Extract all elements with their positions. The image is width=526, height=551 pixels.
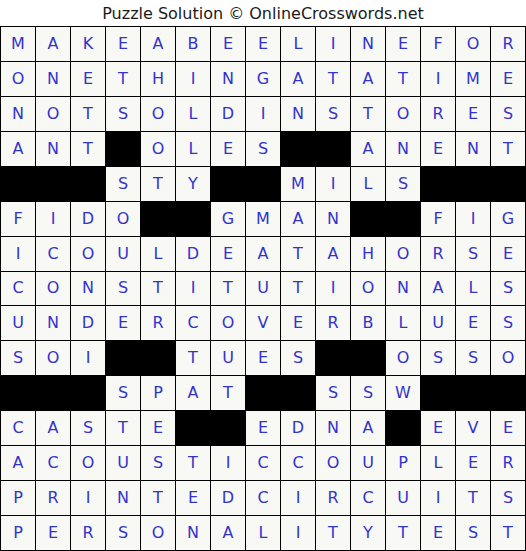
- page-title: Puzzle Solution © OnlineCrosswords.net: [0, 0, 526, 26]
- letter-cell-r14c13: I: [421, 481, 455, 515]
- letter-cell-r1c6: B: [176, 27, 210, 61]
- letter-cell-r13c5: S: [141, 446, 175, 480]
- letter-cell-r2c7: N: [211, 62, 245, 96]
- letter-cell-r2c9: A: [281, 62, 315, 96]
- letter-cell-r9c6: C: [176, 306, 210, 340]
- letter-cell-r7c9: T: [281, 237, 315, 271]
- letter-cell-r7c13: R: [421, 237, 455, 271]
- letter-cell-r10c14: S: [456, 341, 490, 375]
- letter-cell-r13c2: C: [36, 446, 70, 480]
- letter-cell-r5c9: M: [281, 167, 315, 201]
- letter-cell-r7c12: O: [386, 237, 420, 271]
- letter-cell-r7c2: C: [36, 237, 70, 271]
- letter-cell-r12c15: E: [491, 411, 525, 445]
- letter-cell-r10c12: O: [386, 341, 420, 375]
- letter-cell-r9c15: S: [491, 306, 525, 340]
- letter-cell-r15c5: O: [141, 516, 175, 550]
- letter-cell-r8c8: U: [246, 272, 280, 306]
- letter-cell-r15c3: R: [71, 516, 105, 550]
- letter-cell-r9c10: R: [316, 306, 350, 340]
- letter-cell-r3c2: O: [36, 97, 70, 131]
- letter-cell-r8c9: T: [281, 272, 315, 306]
- letter-cell-r7c14: S: [456, 237, 490, 271]
- letter-cell-r1c8: E: [246, 27, 280, 61]
- letter-cell-r10c15: O: [491, 341, 525, 375]
- letter-cell-r2c12: T: [386, 62, 420, 96]
- letter-cell-r6c4: O: [106, 202, 140, 236]
- letter-cell-r15c8: L: [246, 516, 280, 550]
- letter-cell-r13c6: T: [176, 446, 210, 480]
- letter-cell-r15c9: I: [281, 516, 315, 550]
- letter-cell-r1c9: L: [281, 27, 315, 61]
- letter-cell-r8c1: C: [1, 272, 35, 306]
- letter-cell-r7c10: A: [316, 237, 350, 271]
- crossword-grid: MAKEABEELINEFORONETHINGATATIMENOTSOLDINS…: [0, 26, 526, 551]
- letter-cell-r4c14: N: [456, 132, 490, 166]
- letter-cell-r14c4: N: [106, 481, 140, 515]
- black-cell-r11c15: [491, 376, 525, 410]
- letter-cell-r2c1: O: [1, 62, 35, 96]
- letter-cell-r7c8: A: [246, 237, 280, 271]
- letter-cell-r14c15: S: [491, 481, 525, 515]
- black-cell-r5c8: [246, 167, 280, 201]
- letter-cell-r3c12: O: [386, 97, 420, 131]
- letter-cell-r3c6: L: [176, 97, 210, 131]
- letter-cell-r2c13: I: [421, 62, 455, 96]
- letter-cell-r8c14: L: [456, 272, 490, 306]
- letter-cell-r2c5: H: [141, 62, 175, 96]
- letter-cell-r14c14: T: [456, 481, 490, 515]
- black-cell-r4c10: [316, 132, 350, 166]
- letter-cell-r11c4: S: [106, 376, 140, 410]
- letter-cell-r2c2: N: [36, 62, 70, 96]
- letter-cell-r6c10: N: [316, 202, 350, 236]
- letter-cell-r12c2: A: [36, 411, 70, 445]
- letter-cell-r13c12: P: [386, 446, 420, 480]
- letter-cell-r6c1: F: [1, 202, 35, 236]
- letter-cell-r12c8: E: [246, 411, 280, 445]
- letter-cell-r10c13: S: [421, 341, 455, 375]
- letter-cell-r9c13: U: [421, 306, 455, 340]
- black-cell-r10c11: [351, 341, 385, 375]
- letter-cell-r1c1: M: [1, 27, 35, 61]
- letter-cell-r9c1: U: [1, 306, 35, 340]
- black-cell-r4c4: [106, 132, 140, 166]
- letter-cell-r6c9: A: [281, 202, 315, 236]
- letter-cell-r6c3: D: [71, 202, 105, 236]
- letter-cell-r8c15: S: [491, 272, 525, 306]
- letter-cell-r3c3: T: [71, 97, 105, 131]
- letter-cell-r12c3: S: [71, 411, 105, 445]
- letter-cell-r3c5: O: [141, 97, 175, 131]
- letter-cell-r7c7: E: [211, 237, 245, 271]
- letter-cell-r14c1: P: [1, 481, 35, 515]
- letter-cell-r2c10: T: [316, 62, 350, 96]
- letter-cell-r15c4: S: [106, 516, 140, 550]
- letter-cell-r6c8: M: [246, 202, 280, 236]
- letter-cell-r8c5: T: [141, 272, 175, 306]
- letter-cell-r3c15: S: [491, 97, 525, 131]
- letter-cell-r11c6: A: [176, 376, 210, 410]
- black-cell-r11c14: [456, 376, 490, 410]
- letter-cell-r1c12: E: [386, 27, 420, 61]
- black-cell-r5c15: [491, 167, 525, 201]
- letter-cell-r4c6: L: [176, 132, 210, 166]
- letter-cell-r13c3: O: [71, 446, 105, 480]
- letter-cell-r13c14: E: [456, 446, 490, 480]
- black-cell-r5c13: [421, 167, 455, 201]
- letter-cell-r8c6: I: [176, 272, 210, 306]
- letter-cell-r8c13: A: [421, 272, 455, 306]
- letter-cell-r8c3: N: [71, 272, 105, 306]
- letter-cell-r4c7: E: [211, 132, 245, 166]
- letter-cell-r15c11: Y: [351, 516, 385, 550]
- letter-cell-r9c9: E: [281, 306, 315, 340]
- letter-cell-r11c5: P: [141, 376, 175, 410]
- letter-cell-r15c13: E: [421, 516, 455, 550]
- black-cell-r12c7: [211, 411, 245, 445]
- letter-cell-r4c3: T: [71, 132, 105, 166]
- letter-cell-r15c12: T: [386, 516, 420, 550]
- black-cell-r5c7: [211, 167, 245, 201]
- letter-cell-r3c4: S: [106, 97, 140, 131]
- letter-cell-r9c7: O: [211, 306, 245, 340]
- letter-cell-r6c13: F: [421, 202, 455, 236]
- letter-cell-r10c7: U: [211, 341, 245, 375]
- puzzle-solution-page: Puzzle Solution © OnlineCrosswords.net M…: [0, 0, 526, 551]
- letter-cell-r2c8: G: [246, 62, 280, 96]
- letter-cell-r11c10: S: [316, 376, 350, 410]
- letter-cell-r4c5: O: [141, 132, 175, 166]
- letter-cell-r13c10: O: [316, 446, 350, 480]
- letter-cell-r12c5: E: [141, 411, 175, 445]
- letter-cell-r11c7: T: [211, 376, 245, 410]
- letter-cell-r15c1: P: [1, 516, 35, 550]
- letter-cell-r3c8: I: [246, 97, 280, 131]
- letter-cell-r10c8: E: [246, 341, 280, 375]
- letter-cell-r10c9: S: [281, 341, 315, 375]
- letter-cell-r14c9: I: [281, 481, 315, 515]
- letter-cell-r15c14: S: [456, 516, 490, 550]
- letter-cell-r5c5: T: [141, 167, 175, 201]
- letter-cell-r15c7: A: [211, 516, 245, 550]
- letter-cell-r14c5: T: [141, 481, 175, 515]
- letter-cell-r4c12: N: [386, 132, 420, 166]
- black-cell-r10c4: [106, 341, 140, 375]
- letter-cell-r13c7: I: [211, 446, 245, 480]
- letter-cell-r1c11: N: [351, 27, 385, 61]
- letter-cell-r2c6: I: [176, 62, 210, 96]
- letter-cell-r11c11: S: [351, 376, 385, 410]
- letter-cell-r1c7: E: [211, 27, 245, 61]
- letter-cell-r12c10: N: [316, 411, 350, 445]
- letter-cell-r7c6: D: [176, 237, 210, 271]
- letter-cell-r7c15: E: [491, 237, 525, 271]
- letter-cell-r15c2: E: [36, 516, 70, 550]
- letter-cell-r15c6: N: [176, 516, 210, 550]
- black-cell-r11c3: [71, 376, 105, 410]
- letter-cell-r3c11: T: [351, 97, 385, 131]
- letter-cell-r8c11: O: [351, 272, 385, 306]
- letter-cell-r12c4: T: [106, 411, 140, 445]
- letter-cell-r3c9: N: [281, 97, 315, 131]
- letter-cell-r9c2: N: [36, 306, 70, 340]
- letter-cell-r5c11: L: [351, 167, 385, 201]
- letter-cell-r5c12: S: [386, 167, 420, 201]
- letter-cell-r6c14: I: [456, 202, 490, 236]
- letter-cell-r8c12: N: [386, 272, 420, 306]
- letter-cell-r12c1: C: [1, 411, 35, 445]
- black-cell-r5c14: [456, 167, 490, 201]
- letter-cell-r13c4: U: [106, 446, 140, 480]
- letter-cell-r6c15: G: [491, 202, 525, 236]
- letter-cell-r12c14: V: [456, 411, 490, 445]
- black-cell-r11c9: [281, 376, 315, 410]
- black-cell-r6c11: [351, 202, 385, 236]
- letter-cell-r13c1: A: [1, 446, 35, 480]
- letter-cell-r13c9: C: [281, 446, 315, 480]
- letter-cell-r13c13: L: [421, 446, 455, 480]
- black-cell-r11c8: [246, 376, 280, 410]
- black-cell-r11c2: [36, 376, 70, 410]
- letter-cell-r2c15: E: [491, 62, 525, 96]
- black-cell-r10c10: [316, 341, 350, 375]
- letter-cell-r12c9: D: [281, 411, 315, 445]
- letter-cell-r8c4: S: [106, 272, 140, 306]
- letter-cell-r14c7: D: [211, 481, 245, 515]
- letter-cell-r1c5: A: [141, 27, 175, 61]
- letter-cell-r12c11: A: [351, 411, 385, 445]
- letter-cell-r9c5: R: [141, 306, 175, 340]
- letter-cell-r5c10: I: [316, 167, 350, 201]
- letter-cell-r1c14: O: [456, 27, 490, 61]
- letter-cell-r1c3: K: [71, 27, 105, 61]
- letter-cell-r1c13: F: [421, 27, 455, 61]
- letter-cell-r3c13: R: [421, 97, 455, 131]
- black-cell-r11c1: [1, 376, 35, 410]
- letter-cell-r15c10: T: [316, 516, 350, 550]
- letter-cell-r14c2: R: [36, 481, 70, 515]
- letter-cell-r6c2: I: [36, 202, 70, 236]
- letter-cell-r1c15: R: [491, 27, 525, 61]
- letter-cell-r10c6: T: [176, 341, 210, 375]
- letter-cell-r2c3: E: [71, 62, 105, 96]
- letter-cell-r1c2: A: [36, 27, 70, 61]
- letter-cell-r14c11: C: [351, 481, 385, 515]
- letter-cell-r3c7: D: [211, 97, 245, 131]
- letter-cell-r9c11: B: [351, 306, 385, 340]
- letter-cell-r13c8: C: [246, 446, 280, 480]
- letter-cell-r2c4: T: [106, 62, 140, 96]
- letter-cell-r8c7: T: [211, 272, 245, 306]
- letter-cell-r6c7: G: [211, 202, 245, 236]
- letter-cell-r10c2: O: [36, 341, 70, 375]
- letter-cell-r4c13: E: [421, 132, 455, 166]
- black-cell-r6c6: [176, 202, 210, 236]
- letter-cell-r7c1: I: [1, 237, 35, 271]
- letter-cell-r14c8: C: [246, 481, 280, 515]
- letter-cell-r14c12: U: [386, 481, 420, 515]
- letter-cell-r12c13: E: [421, 411, 455, 445]
- letter-cell-r9c3: D: [71, 306, 105, 340]
- black-cell-r5c2: [36, 167, 70, 201]
- letter-cell-r3c10: S: [316, 97, 350, 131]
- black-cell-r6c5: [141, 202, 175, 236]
- black-cell-r12c6: [176, 411, 210, 445]
- letter-cell-r9c14: E: [456, 306, 490, 340]
- letter-cell-r4c11: A: [351, 132, 385, 166]
- letter-cell-r14c10: R: [316, 481, 350, 515]
- black-cell-r12c12: [386, 411, 420, 445]
- letter-cell-r10c1: S: [1, 341, 35, 375]
- letter-cell-r5c6: Y: [176, 167, 210, 201]
- black-cell-r5c3: [71, 167, 105, 201]
- letter-cell-r4c8: S: [246, 132, 280, 166]
- black-cell-r4c9: [281, 132, 315, 166]
- letter-cell-r4c1: A: [1, 132, 35, 166]
- letter-cell-r1c10: I: [316, 27, 350, 61]
- letter-cell-r7c4: U: [106, 237, 140, 271]
- letter-cell-r8c10: I: [316, 272, 350, 306]
- letter-cell-r11c12: W: [386, 376, 420, 410]
- letter-cell-r10c3: I: [71, 341, 105, 375]
- letter-cell-r13c11: U: [351, 446, 385, 480]
- letter-cell-r14c6: E: [176, 481, 210, 515]
- letter-cell-r14c3: I: [71, 481, 105, 515]
- black-cell-r5c1: [1, 167, 35, 201]
- letter-cell-r1c4: E: [106, 27, 140, 61]
- letter-cell-r4c2: N: [36, 132, 70, 166]
- letter-cell-r4c15: T: [491, 132, 525, 166]
- letter-cell-r7c11: H: [351, 237, 385, 271]
- letter-cell-r2c14: M: [456, 62, 490, 96]
- letter-cell-r9c8: V: [246, 306, 280, 340]
- black-cell-r10c5: [141, 341, 175, 375]
- letter-cell-r5c4: S: [106, 167, 140, 201]
- letter-cell-r2c11: A: [351, 62, 385, 96]
- letter-cell-r8c2: O: [36, 272, 70, 306]
- letter-cell-r3c1: N: [1, 97, 35, 131]
- letter-cell-r7c3: O: [71, 237, 105, 271]
- letter-cell-r7c5: L: [141, 237, 175, 271]
- letter-cell-r3c14: E: [456, 97, 490, 131]
- letter-cell-r9c12: L: [386, 306, 420, 340]
- letter-cell-r9c4: E: [106, 306, 140, 340]
- letter-cell-r13c15: R: [491, 446, 525, 480]
- letter-cell-r15c15: T: [491, 516, 525, 550]
- black-cell-r6c12: [386, 202, 420, 236]
- black-cell-r11c13: [421, 376, 455, 410]
